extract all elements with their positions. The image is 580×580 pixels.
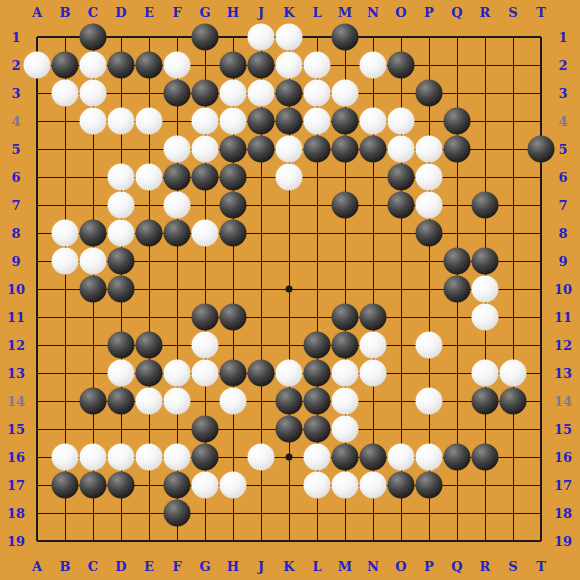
black-stone-L12 xyxy=(304,332,331,359)
white-stone-J3 xyxy=(248,80,275,107)
black-stone-M4 xyxy=(332,108,359,135)
row-label-left-4: 4 xyxy=(11,115,20,128)
white-stone-N2 xyxy=(360,52,387,79)
white-stone-A2 xyxy=(24,52,51,79)
white-stone-N4 xyxy=(360,108,387,135)
white-stone-M3 xyxy=(332,80,359,107)
black-stone-N16 xyxy=(360,444,387,471)
white-stone-G13 xyxy=(192,360,219,387)
black-stone-L13 xyxy=(304,360,331,387)
white-stone-F14 xyxy=(164,388,191,415)
row-label-left-16: 16 xyxy=(7,451,25,464)
black-stone-M11 xyxy=(332,304,359,331)
black-stone-B17 xyxy=(52,472,79,499)
black-stone-P17 xyxy=(416,472,443,499)
black-stone-E13 xyxy=(136,360,163,387)
white-stone-P12 xyxy=(416,332,443,359)
white-stone-L4 xyxy=(304,108,331,135)
black-stone-E12 xyxy=(136,332,163,359)
black-stone-Q16 xyxy=(444,444,471,471)
col-label-bottom-D: D xyxy=(115,560,126,573)
col-label-top-S: S xyxy=(508,6,517,19)
black-stone-K4 xyxy=(276,108,303,135)
col-label-top-B: B xyxy=(60,6,71,19)
white-stone-G8 xyxy=(192,220,219,247)
row-label-left-10: 10 xyxy=(7,283,25,296)
black-stone-E8 xyxy=(136,220,163,247)
black-stone-M5 xyxy=(332,136,359,163)
white-stone-N17 xyxy=(360,472,387,499)
white-stone-N13 xyxy=(360,360,387,387)
col-label-top-M: M xyxy=(338,6,352,19)
white-stone-K2 xyxy=(276,52,303,79)
black-stone-H8 xyxy=(220,220,247,247)
black-stone-O17 xyxy=(388,472,415,499)
row-label-left-19: 19 xyxy=(7,535,25,548)
black-stone-F6 xyxy=(164,164,191,191)
row-label-right-13: 13 xyxy=(554,367,572,380)
white-stone-K5 xyxy=(276,136,303,163)
white-stone-O4 xyxy=(388,108,415,135)
white-stone-K13 xyxy=(276,360,303,387)
col-label-bottom-S: S xyxy=(508,560,517,573)
white-stone-E16 xyxy=(136,444,163,471)
black-stone-L5 xyxy=(304,136,331,163)
col-label-top-D: D xyxy=(115,6,126,19)
black-stone-D17 xyxy=(108,472,135,499)
row-label-right-15: 15 xyxy=(554,423,572,436)
white-stone-B9 xyxy=(52,248,79,275)
black-stone-H2 xyxy=(220,52,247,79)
star-point-K10 xyxy=(286,286,293,293)
white-stone-E14 xyxy=(136,388,163,415)
row-label-left-7: 7 xyxy=(11,199,20,212)
white-stone-D6 xyxy=(108,164,135,191)
row-label-right-1: 1 xyxy=(558,31,567,44)
white-stone-O5 xyxy=(388,136,415,163)
white-stone-D16 xyxy=(108,444,135,471)
black-stone-K15 xyxy=(276,416,303,443)
white-stone-C16 xyxy=(80,444,107,471)
col-label-bottom-C: C xyxy=(88,560,98,573)
white-stone-H17 xyxy=(220,472,247,499)
col-label-bottom-K: K xyxy=(283,560,294,573)
col-label-top-J: J xyxy=(258,6,264,19)
col-label-top-T: T xyxy=(536,6,546,19)
row-label-left-5: 5 xyxy=(11,143,20,156)
black-stone-G1 xyxy=(192,24,219,51)
white-stone-D7 xyxy=(108,192,135,219)
col-label-bottom-R: R xyxy=(480,560,491,573)
white-stone-G4 xyxy=(192,108,219,135)
col-label-top-C: C xyxy=(88,6,98,19)
white-stone-C3 xyxy=(80,80,107,107)
black-stone-O7 xyxy=(388,192,415,219)
white-stone-F2 xyxy=(164,52,191,79)
black-stone-T5 xyxy=(528,136,555,163)
white-stone-E4 xyxy=(136,108,163,135)
white-stone-G17 xyxy=(192,472,219,499)
white-stone-B3 xyxy=(52,80,79,107)
white-stone-E6 xyxy=(136,164,163,191)
black-stone-D12 xyxy=(108,332,135,359)
col-label-bottom-G: G xyxy=(199,560,210,573)
black-stone-G3 xyxy=(192,80,219,107)
black-stone-D10 xyxy=(108,276,135,303)
row-label-right-17: 17 xyxy=(554,479,572,492)
row-label-right-10: 10 xyxy=(554,283,572,296)
white-stone-P5 xyxy=(416,136,443,163)
col-label-bottom-A: A xyxy=(32,560,42,573)
white-stone-C9 xyxy=(80,248,107,275)
black-stone-Q10 xyxy=(444,276,471,303)
black-stone-F3 xyxy=(164,80,191,107)
white-stone-R11 xyxy=(472,304,499,331)
white-stone-M13 xyxy=(332,360,359,387)
white-stone-C4 xyxy=(80,108,107,135)
black-stone-C1 xyxy=(80,24,107,51)
black-stone-M7 xyxy=(332,192,359,219)
white-stone-D8 xyxy=(108,220,135,247)
white-stone-J16 xyxy=(248,444,275,471)
black-stone-M16 xyxy=(332,444,359,471)
row-label-left-13: 13 xyxy=(7,367,25,380)
goban[interactable]: ABCDEFGHJKLMNOPQRST ABCDEFGHJKLMNOPQRST … xyxy=(0,0,580,580)
row-label-right-11: 11 xyxy=(554,311,572,324)
black-stone-N5 xyxy=(360,136,387,163)
col-label-top-A: A xyxy=(32,6,42,19)
black-stone-J5 xyxy=(248,136,275,163)
white-stone-L16 xyxy=(304,444,331,471)
black-stone-G6 xyxy=(192,164,219,191)
col-label-bottom-O: O xyxy=(395,560,406,573)
row-label-right-16: 16 xyxy=(554,451,572,464)
white-stone-G5 xyxy=(192,136,219,163)
col-label-top-Q: Q xyxy=(451,6,462,19)
white-stone-C2 xyxy=(80,52,107,79)
black-stone-H6 xyxy=(220,164,247,191)
col-label-bottom-L: L xyxy=(312,560,321,573)
white-stone-R10 xyxy=(472,276,499,303)
col-label-bottom-E: E xyxy=(144,560,154,573)
white-stone-H14 xyxy=(220,388,247,415)
col-label-bottom-H: H xyxy=(227,560,239,573)
row-label-right-5: 5 xyxy=(558,143,567,156)
row-label-left-1: 1 xyxy=(11,31,20,44)
row-label-left-9: 9 xyxy=(11,255,20,268)
white-stone-M17 xyxy=(332,472,359,499)
white-stone-P7 xyxy=(416,192,443,219)
white-stone-B16 xyxy=(52,444,79,471)
row-label-left-18: 18 xyxy=(7,507,25,520)
black-stone-K14 xyxy=(276,388,303,415)
black-stone-R16 xyxy=(472,444,499,471)
row-label-left-8: 8 xyxy=(11,227,20,240)
row-label-left-6: 6 xyxy=(11,171,20,184)
black-stone-C8 xyxy=(80,220,107,247)
black-stone-G16 xyxy=(192,444,219,471)
col-label-top-H: H xyxy=(227,6,239,19)
black-stone-G15 xyxy=(192,416,219,443)
white-stone-D4 xyxy=(108,108,135,135)
white-stone-L2 xyxy=(304,52,331,79)
black-stone-F8 xyxy=(164,220,191,247)
white-stone-M14 xyxy=(332,388,359,415)
col-label-bottom-F: F xyxy=(172,560,181,573)
black-stone-J4 xyxy=(248,108,275,135)
black-stone-H11 xyxy=(220,304,247,331)
white-stone-F13 xyxy=(164,360,191,387)
white-stone-K1 xyxy=(276,24,303,51)
black-stone-R14 xyxy=(472,388,499,415)
black-stone-H5 xyxy=(220,136,247,163)
black-stone-J2 xyxy=(248,52,275,79)
white-stone-F16 xyxy=(164,444,191,471)
row-label-right-8: 8 xyxy=(558,227,567,240)
black-stone-F17 xyxy=(164,472,191,499)
col-label-bottom-P: P xyxy=(424,560,434,573)
black-stone-S14 xyxy=(500,388,527,415)
col-label-top-G: G xyxy=(199,6,210,19)
white-stone-O16 xyxy=(388,444,415,471)
col-label-top-K: K xyxy=(283,6,294,19)
col-label-bottom-M: M xyxy=(338,560,352,573)
white-stone-F5 xyxy=(164,136,191,163)
row-label-right-18: 18 xyxy=(554,507,572,520)
black-stone-R9 xyxy=(472,248,499,275)
row-label-right-7: 7 xyxy=(558,199,567,212)
black-stone-M1 xyxy=(332,24,359,51)
black-stone-Q4 xyxy=(444,108,471,135)
black-stone-E2 xyxy=(136,52,163,79)
row-label-right-14: 14 xyxy=(554,395,572,408)
black-stone-F18 xyxy=(164,500,191,527)
col-label-top-L: L xyxy=(312,6,321,19)
row-label-right-3: 3 xyxy=(558,87,567,100)
white-stone-F7 xyxy=(164,192,191,219)
white-stone-P6 xyxy=(416,164,443,191)
black-stone-N11 xyxy=(360,304,387,331)
white-stone-P14 xyxy=(416,388,443,415)
row-label-left-14: 14 xyxy=(7,395,25,408)
black-stone-K3 xyxy=(276,80,303,107)
col-label-top-R: R xyxy=(480,6,491,19)
black-stone-P3 xyxy=(416,80,443,107)
star-point-K16 xyxy=(286,454,293,461)
black-stone-H7 xyxy=(220,192,247,219)
black-stone-C10 xyxy=(80,276,107,303)
black-stone-M12 xyxy=(332,332,359,359)
row-label-right-19: 19 xyxy=(554,535,572,548)
white-stone-J1 xyxy=(248,24,275,51)
black-stone-Q9 xyxy=(444,248,471,275)
white-stone-H3 xyxy=(220,80,247,107)
black-stone-H13 xyxy=(220,360,247,387)
white-stone-G12 xyxy=(192,332,219,359)
black-stone-C14 xyxy=(80,388,107,415)
col-label-bottom-T: T xyxy=(536,560,546,573)
row-label-right-12: 12 xyxy=(554,339,572,352)
white-stone-R13 xyxy=(472,360,499,387)
white-stone-D13 xyxy=(108,360,135,387)
black-stone-C17 xyxy=(80,472,107,499)
row-label-left-3: 3 xyxy=(11,87,20,100)
black-stone-B2 xyxy=(52,52,79,79)
row-label-right-6: 6 xyxy=(558,171,567,184)
black-stone-O2 xyxy=(388,52,415,79)
white-stone-L17 xyxy=(304,472,331,499)
white-stone-B8 xyxy=(52,220,79,247)
row-label-left-17: 17 xyxy=(7,479,25,492)
col-label-bottom-N: N xyxy=(367,560,379,573)
white-stone-P16 xyxy=(416,444,443,471)
white-stone-L3 xyxy=(304,80,331,107)
black-stone-P8 xyxy=(416,220,443,247)
row-label-left-15: 15 xyxy=(7,423,25,436)
black-stone-D9 xyxy=(108,248,135,275)
black-stone-L14 xyxy=(304,388,331,415)
white-stone-M15 xyxy=(332,416,359,443)
col-label-bottom-Q: Q xyxy=(451,560,462,573)
black-stone-D2 xyxy=(108,52,135,79)
black-stone-Q5 xyxy=(444,136,471,163)
white-stone-S13 xyxy=(500,360,527,387)
col-label-top-F: F xyxy=(172,6,181,19)
row-label-right-2: 2 xyxy=(558,59,567,72)
row-label-right-9: 9 xyxy=(558,255,567,268)
black-stone-L15 xyxy=(304,416,331,443)
white-stone-K6 xyxy=(276,164,303,191)
row-label-left-2: 2 xyxy=(11,59,20,72)
col-label-top-P: P xyxy=(424,6,434,19)
black-stone-R7 xyxy=(472,192,499,219)
white-stone-N12 xyxy=(360,332,387,359)
row-label-left-12: 12 xyxy=(7,339,25,352)
black-stone-G11 xyxy=(192,304,219,331)
white-stone-H4 xyxy=(220,108,247,135)
col-label-top-E: E xyxy=(144,6,154,19)
col-label-bottom-J: J xyxy=(258,560,264,573)
black-stone-O6 xyxy=(388,164,415,191)
black-stone-J13 xyxy=(248,360,275,387)
col-label-bottom-B: B xyxy=(60,560,71,573)
col-label-top-O: O xyxy=(395,6,406,19)
col-label-top-N: N xyxy=(367,6,379,19)
row-label-left-11: 11 xyxy=(7,311,25,324)
row-label-right-4: 4 xyxy=(558,115,567,128)
black-stone-D14 xyxy=(108,388,135,415)
